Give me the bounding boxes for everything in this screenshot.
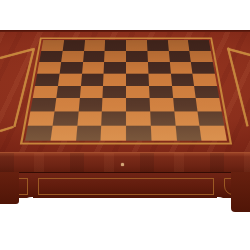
square-g8 [167,40,189,51]
square-a7 [39,51,62,62]
square-a5 [35,73,59,85]
right-bracket-foot [231,172,250,212]
square-b4 [56,86,80,99]
square-b2 [52,112,78,126]
square-a6 [37,62,61,74]
square-a8 [41,40,64,51]
square-b3 [54,98,79,111]
square-h2 [198,112,224,126]
square-c2 [77,112,102,126]
square-e4 [126,86,149,99]
square-f6 [148,62,171,74]
front-edge-grain [0,153,250,174]
left-bracket-foot [0,172,19,204]
square-d1 [101,126,126,141]
square-f1 [151,126,177,141]
square-d8 [105,40,126,51]
square-f7 [147,51,169,62]
square-g5 [170,73,194,85]
square-d4 [103,86,126,99]
square-d5 [103,73,126,85]
square-f5 [148,73,171,85]
square-g6 [169,62,192,74]
right-foot-fillet [217,197,231,210]
square-h3 [196,98,222,111]
square-d7 [104,51,126,62]
square-d3 [102,98,126,111]
square-e6 [126,62,148,74]
square-h6 [191,62,215,74]
square-a4 [33,86,58,99]
square-b8 [62,40,84,51]
square-g3 [173,98,198,111]
square-h4 [194,86,219,99]
table-front-edge [0,152,250,174]
square-f8 [147,40,169,51]
square-b5 [58,73,82,85]
square-e7 [126,51,148,62]
square-e3 [126,98,150,111]
square-c5 [81,73,104,85]
square-b7 [61,51,84,62]
square-h1 [200,126,227,141]
square-f4 [149,86,173,99]
apron-inlay-center [38,178,214,195]
square-a3 [30,98,56,111]
square-g7 [168,51,191,62]
square-b6 [59,62,82,74]
square-d6 [104,62,126,74]
drawer-keyhole [121,163,124,166]
square-f3 [149,98,174,111]
square-a1 [25,126,52,141]
square-d2 [101,112,126,126]
left-foot-fillet [19,197,33,210]
square-g2 [174,112,200,126]
square-c7 [83,51,105,62]
chess-table-photo [0,0,250,250]
square-b1 [50,126,77,141]
square-g4 [172,86,196,99]
square-h8 [188,40,211,51]
square-h7 [190,51,213,62]
square-h5 [193,73,217,85]
square-a2 [28,112,54,126]
square-c8 [84,40,106,51]
chessboard [20,38,232,145]
square-c1 [76,126,102,141]
square-e2 [126,112,151,126]
board-grid [25,40,227,141]
square-c4 [79,86,103,99]
square-f2 [150,112,175,126]
square-c6 [82,62,105,74]
square-c3 [78,98,103,111]
square-e1 [126,126,151,141]
square-g1 [175,126,202,141]
square-e8 [126,40,147,51]
square-e5 [126,73,149,85]
